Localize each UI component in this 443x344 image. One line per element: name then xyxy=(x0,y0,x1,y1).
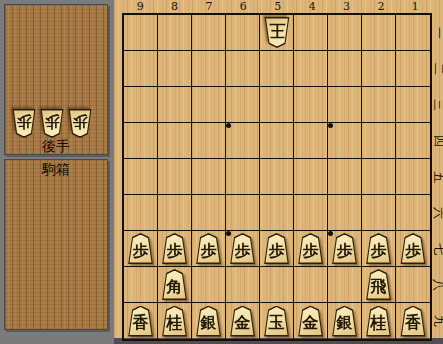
board-cell-7三[interactable] xyxy=(192,87,226,123)
board-cell-6九[interactable]: 金 xyxy=(226,303,260,339)
board-cell-7九[interactable]: 銀 xyxy=(192,303,226,339)
board-cell-4五[interactable] xyxy=(294,159,328,195)
board-cell-4四[interactable] xyxy=(294,123,328,159)
piece-rook-sente[interactable]: 飛 xyxy=(365,269,393,300)
piece-box-tray: 駒箱 xyxy=(4,159,108,330)
board-cell-3三[interactable] xyxy=(328,87,362,123)
board-cell-5七[interactable]: 歩 xyxy=(260,231,294,267)
board-cell-9七[interactable]: 歩 xyxy=(124,231,158,267)
shogi-board-grid: 王歩歩歩歩歩歩歩歩歩角飛香桂銀金玉金銀桂香 xyxy=(122,13,432,341)
file-labels: 987654321 xyxy=(123,0,433,13)
piece-kanji: 飛 xyxy=(365,269,393,300)
board-cell-4七[interactable]: 歩 xyxy=(294,231,328,267)
piece-gold-sente[interactable]: 金 xyxy=(229,306,257,337)
board-cell-4二[interactable] xyxy=(294,51,328,87)
board-cell-7二[interactable] xyxy=(192,51,226,87)
board-cell-2四[interactable] xyxy=(362,123,396,159)
piece-kanji: 金 xyxy=(297,306,325,337)
star-point xyxy=(226,231,231,236)
board-cell-4八[interactable] xyxy=(294,267,328,303)
rank-label-6: 六 xyxy=(421,207,443,220)
piece-pawn-sente[interactable]: 歩 xyxy=(195,233,223,264)
board-cell-7八[interactable] xyxy=(192,267,226,303)
piece-kanji: 歩 xyxy=(39,109,65,138)
piece-pawn-gote[interactable]: 歩 xyxy=(67,109,93,138)
board-cell-2二[interactable] xyxy=(362,51,396,87)
board-cell-6八[interactable] xyxy=(226,267,260,303)
piece-kanji: 金 xyxy=(229,306,257,337)
piece-kanji: 歩 xyxy=(229,233,257,264)
board-cell-8三[interactable] xyxy=(158,87,192,123)
piece-kanji: 歩 xyxy=(195,233,223,264)
piece-kanji: 歩 xyxy=(263,233,291,264)
board-cell-8七[interactable]: 歩 xyxy=(158,231,192,267)
gote-hand-tray: 歩歩歩 後手 xyxy=(4,4,108,155)
board-cell-9五[interactable] xyxy=(124,159,158,195)
board-cell-5九[interactable]: 玉 xyxy=(260,303,294,339)
rank-label-2: 二 xyxy=(421,63,443,76)
piece-kanji: 玉 xyxy=(263,306,291,337)
board-cell-9三[interactable] xyxy=(124,87,158,123)
file-label-4: 4 xyxy=(295,0,329,13)
board-cell-6二[interactable] xyxy=(226,51,260,87)
board-cell-4九[interactable]: 金 xyxy=(294,303,328,339)
board-cell-6四[interactable] xyxy=(226,123,260,159)
piece-pawn-sente[interactable]: 歩 xyxy=(365,233,393,264)
star-point xyxy=(328,231,333,236)
piece-kanji: 銀 xyxy=(195,306,223,337)
board-cell-8六[interactable] xyxy=(158,195,192,231)
rank-label-7: 七 xyxy=(421,243,443,256)
piece-kanji: 桂 xyxy=(161,306,189,337)
board-cell-5四[interactable] xyxy=(260,123,294,159)
rank-label-5: 五 xyxy=(421,171,443,184)
board-cell-3九[interactable]: 銀 xyxy=(328,303,362,339)
board-cell-5二[interactable] xyxy=(260,51,294,87)
piece-pawn-sente[interactable]: 歩 xyxy=(127,233,155,264)
board-cell-2七[interactable]: 歩 xyxy=(362,231,396,267)
piece-silver-sente[interactable]: 銀 xyxy=(331,306,359,337)
board-cell-5八[interactable] xyxy=(260,267,294,303)
star-point xyxy=(226,123,231,128)
piece-silver-sente[interactable]: 銀 xyxy=(195,306,223,337)
board-cell-6六[interactable] xyxy=(226,195,260,231)
board-cell-8四[interactable] xyxy=(158,123,192,159)
board-cell-3四[interactable] xyxy=(328,123,362,159)
piece-pawn-gote[interactable]: 歩 xyxy=(39,109,65,138)
board-cell-6七[interactable]: 歩 xyxy=(226,231,260,267)
file-label-6: 6 xyxy=(226,0,260,13)
piece-kanji: 香 xyxy=(127,306,155,337)
board-cell-7七[interactable]: 歩 xyxy=(192,231,226,267)
piece-kanji: 銀 xyxy=(331,306,359,337)
rank-label-9: 九 xyxy=(421,315,443,328)
board-cell-2八[interactable]: 飛 xyxy=(362,267,396,303)
board-cell-7五[interactable] xyxy=(192,159,226,195)
piece-kanji: 歩 xyxy=(297,233,325,264)
board-cell-2三[interactable] xyxy=(362,87,396,123)
board-cell-7四[interactable] xyxy=(192,123,226,159)
piece-kanji: 歩 xyxy=(67,109,93,138)
piece-kanji: 角 xyxy=(161,269,189,300)
file-label-5: 5 xyxy=(261,0,295,13)
rank-labels: 一二三四五六七八九 xyxy=(432,15,443,339)
shogi-app-window: 歩歩歩 後手 駒箱 987654321 王歩歩歩歩歩歩歩歩歩角飛香桂銀金玉金銀桂… xyxy=(0,0,443,344)
board-cell-6五[interactable] xyxy=(226,159,260,195)
piece-pawn-gote[interactable]: 歩 xyxy=(11,109,37,138)
file-label-8: 8 xyxy=(157,0,191,13)
board-cell-3七[interactable]: 歩 xyxy=(328,231,362,267)
board-cell-4三[interactable] xyxy=(294,87,328,123)
board-cell-5三[interactable] xyxy=(260,87,294,123)
piece-king-gote[interactable]: 王 xyxy=(263,17,291,48)
gote-hand-pieces: 歩歩歩 xyxy=(11,109,93,138)
board-cell-4一[interactable] xyxy=(294,15,328,51)
piece-box-label: 駒箱 xyxy=(5,161,107,177)
board-cell-3六[interactable] xyxy=(328,195,362,231)
piece-pawn-sente[interactable]: 歩 xyxy=(297,233,325,264)
board-cell-5五[interactable] xyxy=(260,159,294,195)
piece-pawn-sente[interactable]: 歩 xyxy=(229,233,257,264)
board-cell-8二[interactable] xyxy=(158,51,192,87)
piece-bishop-sente[interactable]: 角 xyxy=(161,269,189,300)
gote-hand-label: 後手 xyxy=(5,138,107,154)
board-cell-6三[interactable] xyxy=(226,87,260,123)
piece-kanji: 歩 xyxy=(11,109,37,138)
rank-label-4: 四 xyxy=(421,135,443,148)
board-cell-8八[interactable]: 角 xyxy=(158,267,192,303)
board-cell-5六[interactable] xyxy=(260,195,294,231)
board-cell-3一[interactable] xyxy=(328,15,362,51)
board-cell-9四[interactable] xyxy=(124,123,158,159)
piece-gold-sente[interactable]: 金 xyxy=(297,306,325,337)
rank-label-8: 八 xyxy=(421,279,443,292)
board-cell-3八[interactable] xyxy=(328,267,362,303)
board-cell-3二[interactable] xyxy=(328,51,362,87)
file-label-9: 9 xyxy=(123,0,157,13)
board-cell-9九[interactable]: 香 xyxy=(124,303,158,339)
board-cell-5一[interactable]: 王 xyxy=(260,15,294,51)
piece-kanji: 桂 xyxy=(365,306,393,337)
rank-label-3: 三 xyxy=(421,99,443,112)
file-label-1: 1 xyxy=(398,0,432,13)
piece-king-sente[interactable]: 玉 xyxy=(263,306,291,337)
board-cell-8五[interactable] xyxy=(158,159,192,195)
board-cell-3五[interactable] xyxy=(328,159,362,195)
board-cell-9二[interactable] xyxy=(124,51,158,87)
board-cell-2一[interactable] xyxy=(362,15,396,51)
piece-lance-sente[interactable]: 香 xyxy=(127,306,155,337)
file-label-7: 7 xyxy=(192,0,226,13)
board-cell-9八[interactable] xyxy=(124,267,158,303)
piece-kanji: 歩 xyxy=(127,233,155,264)
board-cell-6一[interactable] xyxy=(226,15,260,51)
piece-kanji: 王 xyxy=(263,17,291,48)
board-area: 987654321 王歩歩歩歩歩歩歩歩歩角飛香桂銀金玉金銀桂香 一二三四五六七八… xyxy=(114,0,443,344)
star-point xyxy=(328,123,333,128)
piece-pawn-sente[interactable]: 歩 xyxy=(161,233,189,264)
piece-knight-sente[interactable]: 桂 xyxy=(365,306,393,337)
board-cell-9一[interactable] xyxy=(124,15,158,51)
piece-knight-sente[interactable]: 桂 xyxy=(161,306,189,337)
board-cell-8一[interactable] xyxy=(158,15,192,51)
piece-kanji: 歩 xyxy=(161,233,189,264)
board-cell-9六[interactable] xyxy=(124,195,158,231)
rank-label-1: 一 xyxy=(421,27,443,40)
file-label-3: 3 xyxy=(329,0,363,13)
board-cell-4六[interactable] xyxy=(294,195,328,231)
piece-pawn-sente[interactable]: 歩 xyxy=(331,233,359,264)
file-label-2: 2 xyxy=(364,0,398,13)
board-cell-2五[interactable] xyxy=(362,159,396,195)
board-cell-7六[interactable] xyxy=(192,195,226,231)
piece-pawn-sente[interactable]: 歩 xyxy=(263,233,291,264)
board-cell-8九[interactable]: 桂 xyxy=(158,303,192,339)
piece-kanji: 歩 xyxy=(365,233,393,264)
piece-kanji: 歩 xyxy=(331,233,359,264)
board-cell-7一[interactable] xyxy=(192,15,226,51)
board-cell-2六[interactable] xyxy=(362,195,396,231)
board-cell-2九[interactable]: 桂 xyxy=(362,303,396,339)
